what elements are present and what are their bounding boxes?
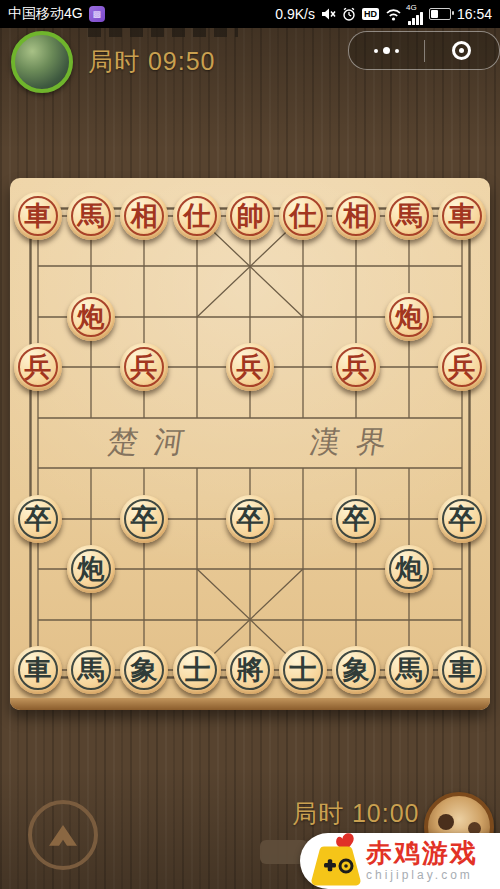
piece-black-卒[interactable]: 卒 <box>14 495 62 543</box>
piece-black-卒[interactable]: 卒 <box>438 495 486 543</box>
chevron-up-icon <box>43 815 83 855</box>
app-frame: 中国移动4G ▩ 0.9K/s HD 4G <box>0 0 500 889</box>
xiangqi-board[interactable]: 楚河 漢界 車馬相仕帥仕相馬車炮炮兵兵兵兵兵卒卒卒卒卒炮炮車馬象士將士象馬車 <box>10 178 490 710</box>
piece-black-象[interactable]: 象 <box>120 646 168 694</box>
piece-red-兵[interactable]: 兵 <box>332 343 380 391</box>
player-game-clock: 局时 10:00 <box>292 797 420 830</box>
close-circle-button[interactable] <box>425 32 500 69</box>
piece-black-炮[interactable]: 炮 <box>67 545 115 593</box>
wifi-icon <box>385 8 402 21</box>
piece-red-兵[interactable]: 兵 <box>438 343 486 391</box>
gamepad-logo-icon <box>304 833 366 889</box>
piece-red-仕[interactable]: 仕 <box>173 192 221 240</box>
opponent-name-clipped <box>88 28 238 37</box>
piece-red-馬[interactable]: 馬 <box>385 192 433 240</box>
status-bar: 中国移动4G ▩ 0.9K/s HD 4G <box>0 0 500 28</box>
piece-black-卒[interactable]: 卒 <box>120 495 168 543</box>
mute-icon <box>321 7 336 21</box>
watermark-title: 赤鸡游戏 <box>366 840 478 867</box>
piece-red-車[interactable]: 車 <box>438 192 486 240</box>
battery-icon <box>429 8 451 20</box>
net-speed: 0.9K/s <box>275 6 315 22</box>
piece-red-帥[interactable]: 帥 <box>226 192 274 240</box>
piece-red-兵[interactable]: 兵 <box>226 343 274 391</box>
board-grid <box>10 178 490 710</box>
piece-black-將[interactable]: 將 <box>226 646 274 694</box>
hd-icon: HD <box>362 8 379 20</box>
watermark-banner: 赤鸡游戏 chijiplay.com <box>300 833 500 889</box>
piece-black-車[interactable]: 車 <box>438 646 486 694</box>
opponent-avatar[interactable] <box>11 31 73 93</box>
piece-red-相[interactable]: 相 <box>120 192 168 240</box>
river-label-left: 楚河 <box>105 422 203 463</box>
piece-black-士[interactable]: 士 <box>279 646 327 694</box>
piece-black-卒[interactable]: 卒 <box>226 495 274 543</box>
carrier-label: 中国移动4G <box>8 5 83 23</box>
piece-red-車[interactable]: 車 <box>14 192 62 240</box>
piece-black-象[interactable]: 象 <box>332 646 380 694</box>
piece-red-兵[interactable]: 兵 <box>120 343 168 391</box>
piece-red-兵[interactable]: 兵 <box>14 343 62 391</box>
target-circle-icon <box>452 41 471 60</box>
watermark-url: chijiplay.com <box>366 869 478 882</box>
piece-black-馬[interactable]: 馬 <box>385 646 433 694</box>
piece-red-相[interactable]: 相 <box>332 192 380 240</box>
piece-red-馬[interactable]: 馬 <box>67 192 115 240</box>
river-label-right: 漢界 <box>307 422 405 463</box>
expand-up-button[interactable] <box>28 800 98 870</box>
more-menu-button[interactable] <box>349 32 424 69</box>
piece-black-馬[interactable]: 馬 <box>67 646 115 694</box>
alarm-icon <box>342 7 356 21</box>
piece-red-仕[interactable]: 仕 <box>279 192 327 240</box>
opponent-game-clock: 局时 09:50 <box>88 45 216 78</box>
piece-black-士[interactable]: 士 <box>173 646 221 694</box>
piece-black-炮[interactable]: 炮 <box>385 545 433 593</box>
signal-icon: 4G <box>408 4 423 25</box>
piece-red-炮[interactable]: 炮 <box>67 293 115 341</box>
app-notification-icon: ▩ <box>89 6 105 22</box>
status-time: 16:54 <box>457 6 492 22</box>
miniprogram-capsule <box>348 31 500 70</box>
piece-black-卒[interactable]: 卒 <box>332 495 380 543</box>
piece-red-炮[interactable]: 炮 <box>385 293 433 341</box>
piece-black-車[interactable]: 車 <box>14 646 62 694</box>
